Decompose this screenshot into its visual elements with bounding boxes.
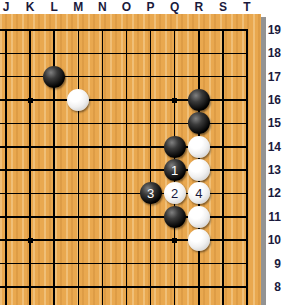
stone-black[interactable] [43,66,65,88]
stone-white[interactable] [188,136,210,158]
move-number-label: 4 [188,182,210,204]
stone-white[interactable]: 4 [188,182,210,204]
move-number-label: 3 [140,182,162,204]
stone-black[interactable] [188,112,210,134]
stone-white[interactable] [188,159,210,181]
move-number-label: 2 [164,182,186,204]
stone-white[interactable]: 2 [164,182,186,204]
stone-black[interactable]: 3 [140,182,162,204]
stones-layer: 1324 [0,0,284,305]
stone-black[interactable]: 1 [164,159,186,181]
stone-white[interactable] [188,229,210,251]
move-number-label: 1 [164,159,186,181]
go-board-viewer: JKLMNOPQRST 1918171615141312111098 1324 [0,0,284,305]
stone-white[interactable] [67,89,89,111]
stone-black[interactable] [164,206,186,228]
stone-black[interactable] [164,136,186,158]
stone-white[interactable] [188,206,210,228]
stone-black[interactable] [188,89,210,111]
